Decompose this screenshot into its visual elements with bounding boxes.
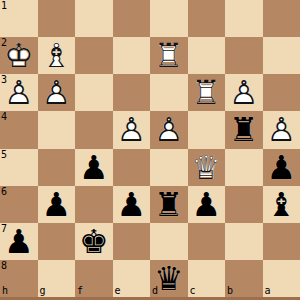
square-c7[interactable] — [188, 223, 226, 260]
square-b2[interactable] — [225, 37, 263, 74]
square-a1[interactable] — [263, 0, 301, 37]
chess-board: ♚♔♝♗♜♖♟♙♟♙♜♖♟♙♟♙♟♙♜♟♙♟♛♕♟♟♟♜♟♝♟♚♛ 123456… — [0, 0, 300, 300]
square-f6[interactable] — [75, 186, 113, 223]
square-d3[interactable] — [150, 74, 188, 111]
square-h6[interactable] — [0, 186, 38, 223]
square-f8[interactable] — [75, 260, 113, 297]
square-g8[interactable] — [38, 260, 76, 297]
piece-white-queen[interactable]: ♛♕ — [188, 149, 225, 186]
square-f3[interactable] — [75, 74, 113, 111]
square-h8[interactable] — [0, 260, 38, 297]
square-a5[interactable]: ♟ — [263, 149, 301, 186]
square-a4[interactable]: ♟♙ — [263, 111, 301, 148]
square-h7[interactable]: ♟ — [0, 223, 38, 260]
piece-white-king[interactable]: ♚♔ — [0, 37, 37, 74]
square-b5[interactable] — [225, 149, 263, 186]
square-f5[interactable]: ♟ — [75, 149, 113, 186]
piece-white-rook[interactable]: ♜♖ — [188, 74, 225, 111]
square-f2[interactable] — [75, 37, 113, 74]
square-b1[interactable] — [225, 0, 263, 37]
square-g6[interactable]: ♟ — [38, 186, 76, 223]
piece-white-pawn[interactable]: ♟♙ — [150, 111, 187, 148]
square-g2[interactable]: ♝♗ — [38, 37, 76, 74]
square-e2[interactable] — [113, 37, 151, 74]
square-b7[interactable] — [225, 223, 263, 260]
square-d8[interactable]: ♛ — [150, 260, 188, 297]
piece-white-pawn[interactable]: ♟♙ — [0, 74, 37, 111]
square-c8[interactable] — [188, 260, 226, 297]
piece-white-pawn[interactable]: ♟♙ — [38, 74, 75, 111]
square-d5[interactable] — [150, 149, 188, 186]
piece-black-pawn[interactable]: ♟ — [0, 223, 37, 260]
square-f7[interactable]: ♚ — [75, 223, 113, 260]
piece-black-pawn[interactable]: ♟ — [188, 186, 225, 223]
piece-black-pawn[interactable]: ♟ — [38, 186, 75, 223]
piece-white-pawn[interactable]: ♟♙ — [113, 111, 150, 148]
piece-black-bishop[interactable]: ♝ — [263, 186, 300, 223]
square-g5[interactable] — [38, 149, 76, 186]
piece-black-rook[interactable]: ♜ — [150, 186, 187, 223]
square-b6[interactable] — [225, 186, 263, 223]
square-c6[interactable]: ♟ — [188, 186, 226, 223]
square-h1[interactable] — [0, 0, 38, 37]
square-c3[interactable]: ♜♖ — [188, 74, 226, 111]
square-e3[interactable] — [113, 74, 151, 111]
square-d6[interactable]: ♜ — [150, 186, 188, 223]
board-grid: ♚♔♝♗♜♖♟♙♟♙♜♖♟♙♟♙♟♙♜♟♙♟♛♕♟♟♟♜♟♝♟♚♛ — [0, 0, 300, 297]
square-c4[interactable] — [188, 111, 226, 148]
square-a7[interactable] — [263, 223, 301, 260]
square-e1[interactable] — [113, 0, 151, 37]
square-a2[interactable] — [263, 37, 301, 74]
square-g7[interactable] — [38, 223, 76, 260]
square-b8[interactable] — [225, 260, 263, 297]
square-g4[interactable] — [38, 111, 76, 148]
square-d2[interactable]: ♜♖ — [150, 37, 188, 74]
piece-black-rook[interactable]: ♜ — [225, 111, 262, 148]
square-a8[interactable] — [263, 260, 301, 297]
square-b3[interactable]: ♟♙ — [225, 74, 263, 111]
square-f1[interactable] — [75, 0, 113, 37]
piece-black-pawn[interactable]: ♟ — [263, 149, 300, 186]
piece-white-rook[interactable]: ♜♖ — [150, 37, 187, 74]
square-f4[interactable] — [75, 111, 113, 148]
square-h5[interactable] — [0, 149, 38, 186]
square-g1[interactable] — [38, 0, 76, 37]
square-e8[interactable] — [113, 260, 151, 297]
piece-white-pawn[interactable]: ♟♙ — [263, 111, 300, 148]
square-e5[interactable] — [113, 149, 151, 186]
square-h4[interactable] — [0, 111, 38, 148]
square-c2[interactable] — [188, 37, 226, 74]
square-d7[interactable] — [150, 223, 188, 260]
piece-black-king[interactable]: ♚ — [75, 223, 112, 260]
square-c5[interactable]: ♛♕ — [188, 149, 226, 186]
square-g3[interactable]: ♟♙ — [38, 74, 76, 111]
square-b4[interactable]: ♜ — [225, 111, 263, 148]
square-e6[interactable]: ♟ — [113, 186, 151, 223]
piece-black-pawn[interactable]: ♟ — [113, 186, 150, 223]
square-e7[interactable] — [113, 223, 151, 260]
piece-black-pawn[interactable]: ♟ — [75, 149, 112, 186]
piece-white-bishop[interactable]: ♝♗ — [38, 37, 75, 74]
piece-black-queen[interactable]: ♛ — [150, 260, 187, 297]
square-d4[interactable]: ♟♙ — [150, 111, 188, 148]
square-h3[interactable]: ♟♙ — [0, 74, 38, 111]
piece-white-pawn[interactable]: ♟♙ — [225, 74, 262, 111]
square-e4[interactable]: ♟♙ — [113, 111, 151, 148]
square-d1[interactable] — [150, 0, 188, 37]
square-a3[interactable] — [263, 74, 301, 111]
square-c1[interactable] — [188, 0, 226, 37]
square-a6[interactable]: ♝ — [263, 186, 301, 223]
square-h2[interactable]: ♚♔ — [0, 37, 38, 74]
